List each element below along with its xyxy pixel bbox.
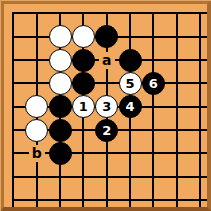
point-label-b: b [29, 145, 45, 162]
stone-white [49, 25, 72, 48]
stone-black [72, 72, 95, 95]
stone-black [119, 49, 142, 72]
move-5-stone-white: 5 [119, 72, 142, 95]
stone-black [49, 95, 72, 118]
stone-white [72, 25, 95, 48]
stone-white [25, 119, 48, 142]
grid-line-vertical [152, 12, 154, 211]
move-1-stone-white: 1 [72, 95, 95, 118]
move-2-stone-black: 2 [95, 119, 118, 142]
stone-white [49, 49, 72, 72]
grid-line-vertical [176, 12, 178, 211]
stone-black [49, 142, 72, 165]
stone-black [49, 119, 72, 142]
grid-line-vertical [12, 12, 14, 211]
move-6-stone-black: 6 [142, 72, 165, 95]
move-3-stone-white: 3 [95, 95, 118, 118]
grid-line-horizontal [12, 176, 211, 178]
grid-line-horizontal [12, 82, 211, 84]
grid-line-vertical [199, 12, 201, 211]
stone-black [95, 25, 118, 48]
stone-white [25, 95, 48, 118]
stone-black [72, 49, 95, 72]
grid-line-horizontal [12, 199, 211, 201]
grid-line-horizontal [12, 12, 211, 14]
point-label-a: a [99, 52, 115, 69]
go-board-diagram: 561342ab [0, 0, 211, 211]
move-4-stone-black: 4 [119, 95, 142, 118]
stone-white [49, 72, 72, 95]
